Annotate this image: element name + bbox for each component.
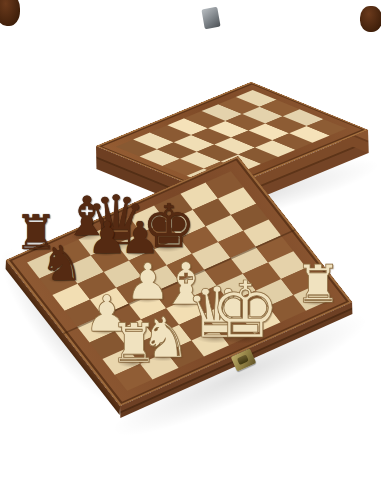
pieces-layer: ♜♝♛♟♟♞♚♟♟♝♜♞♛♚♜ — [0, 0, 381, 492]
piece-white-k-e1: ♚ — [210, 271, 280, 349]
piece-black-n-b5: ♞ — [40, 239, 83, 287]
chess-set-photo: ♜♝♛♟♟♞♚♟♟♝♜♞♛♚♜ — [0, 0, 381, 492]
piece-white-r-h1: ♜ — [295, 258, 342, 310]
piece-white-r-a2: ♜ — [110, 317, 158, 371]
